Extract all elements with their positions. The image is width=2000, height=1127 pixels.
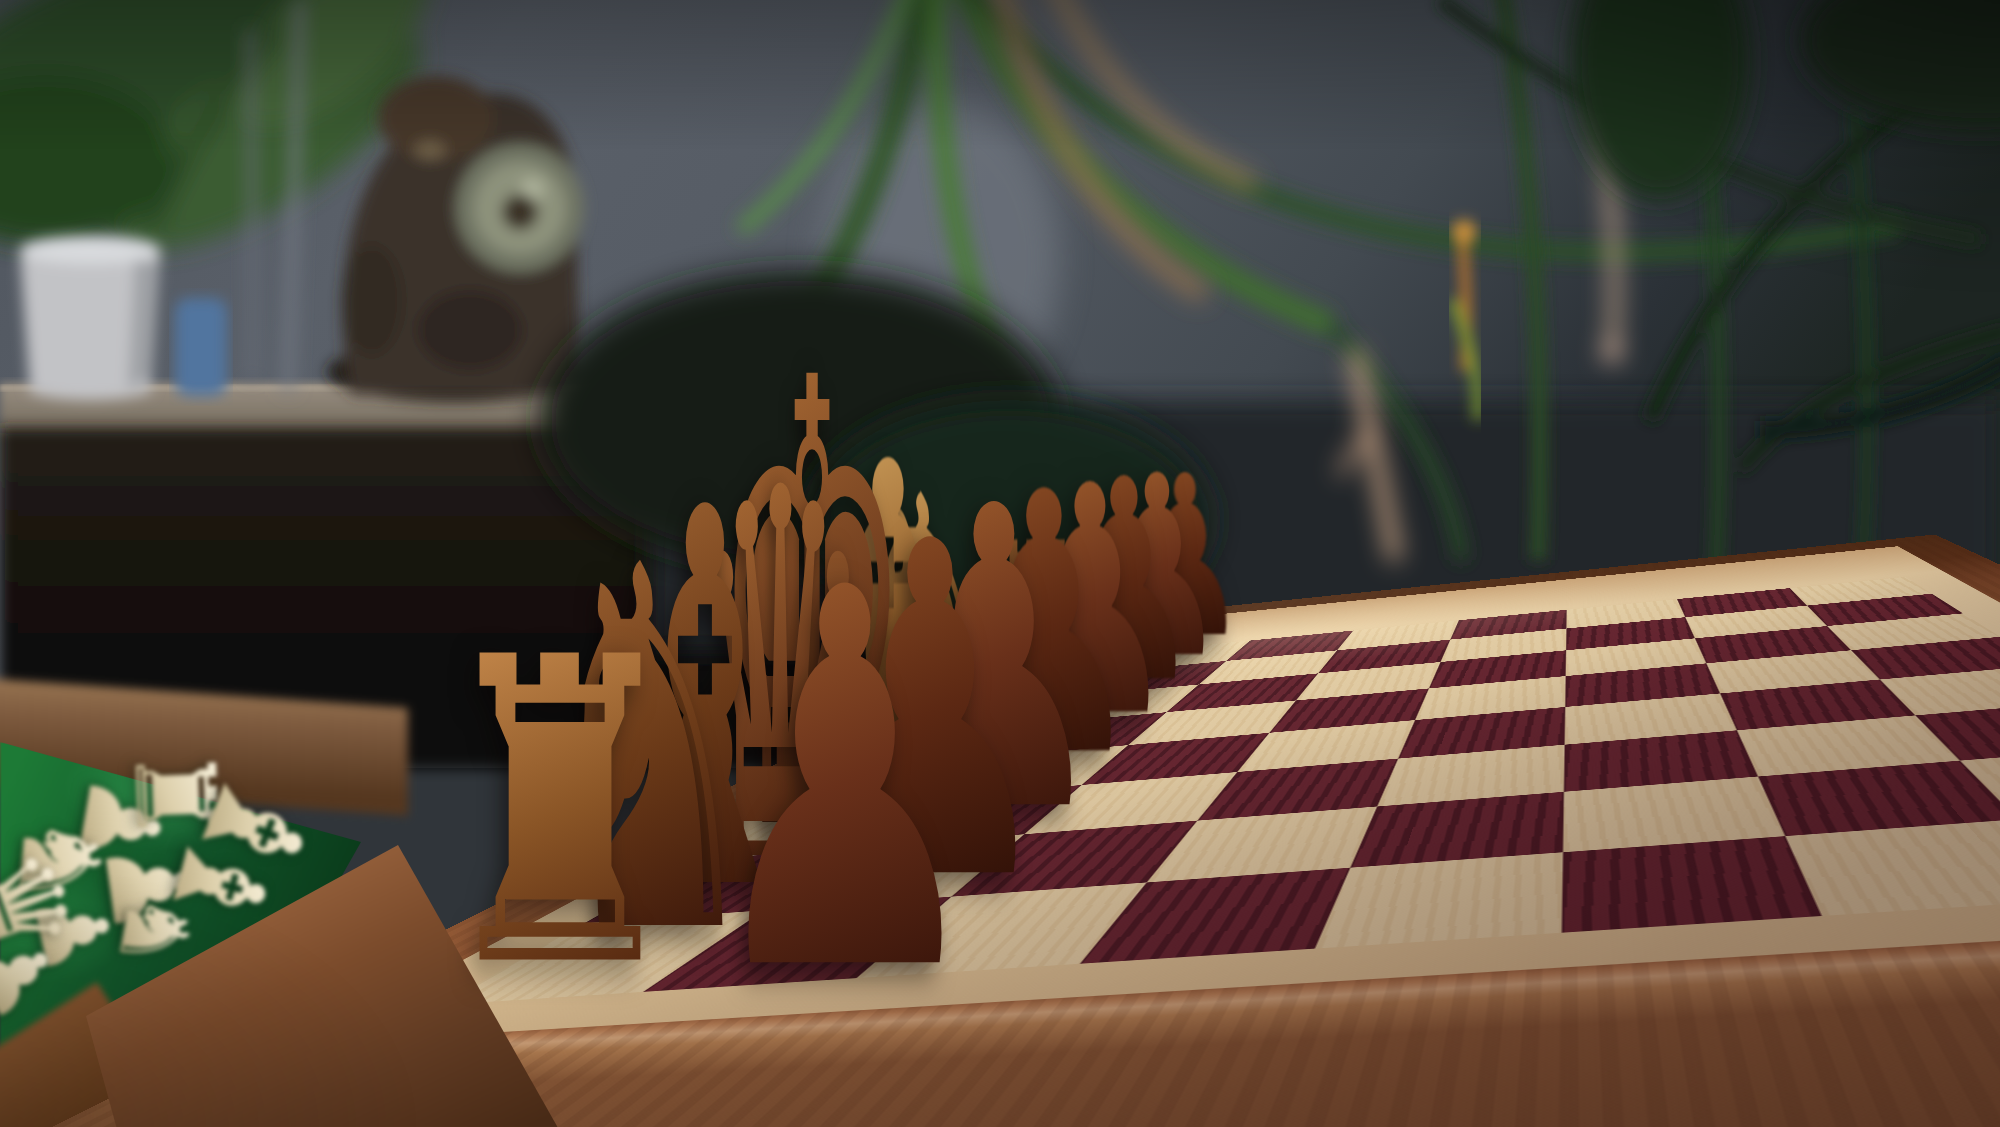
white-vase — [20, 236, 160, 400]
square-a4[interactable] — [1315, 852, 1563, 948]
piece-dark-rook-a8[interactable]: ♜ — [432, 604, 688, 1024]
blue-bottle — [175, 298, 227, 396]
scene: ♜♞♝♛♚♝♞♜♟♟♟♟♟♟♟♟ ♟♜♝♞♟♝♟♞♛♟ — [0, 0, 2000, 1127]
tray-piece-white-knight-7[interactable]: ♞ — [104, 884, 207, 979]
piece-dark-pawn-a7[interactable]: ♟ — [700, 522, 989, 1042]
square-a3[interactable] — [1562, 836, 1822, 933]
